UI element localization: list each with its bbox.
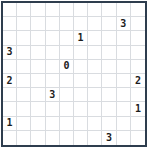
grid-cell[interactable] — [17, 3, 31, 17]
grid-cell[interactable] — [60, 17, 74, 31]
grid-cell[interactable] — [74, 17, 88, 31]
grid-cell[interactable] — [74, 117, 88, 131]
grid-cell[interactable]: 1 — [3, 117, 17, 131]
grid-cell[interactable] — [102, 31, 116, 45]
grid-cell[interactable] — [117, 117, 131, 131]
grid-cell[interactable] — [60, 74, 74, 88]
grid-cell[interactable] — [102, 74, 116, 88]
grid-cell[interactable] — [60, 31, 74, 45]
grid-cell[interactable] — [88, 31, 102, 45]
clue-number: 1 — [7, 118, 13, 128]
grid-cell[interactable] — [131, 3, 145, 17]
grid-cell[interactable] — [117, 131, 131, 145]
grid-cell[interactable] — [88, 3, 102, 17]
grid-cell[interactable] — [117, 31, 131, 45]
grid-cell[interactable] — [31, 17, 45, 31]
grid-cell[interactable] — [102, 102, 116, 116]
grid-cell[interactable] — [46, 117, 60, 131]
grid-cell[interactable] — [46, 131, 60, 145]
grid-cell[interactable] — [17, 31, 31, 45]
grid-cell[interactable] — [17, 74, 31, 88]
grid-cell[interactable] — [17, 117, 31, 131]
grid-cell[interactable] — [31, 46, 45, 60]
grid-cell[interactable] — [3, 131, 17, 145]
grid-cell[interactable] — [60, 131, 74, 145]
grid-cell[interactable] — [17, 88, 31, 102]
grid-cell[interactable] — [3, 60, 17, 74]
clue-number: 1 — [78, 33, 84, 43]
grid-cell[interactable] — [17, 102, 31, 116]
grid-cell[interactable] — [131, 131, 145, 145]
grid-cell[interactable] — [17, 131, 31, 145]
grid-cell[interactable] — [88, 117, 102, 131]
grid-cell[interactable] — [3, 3, 17, 17]
grid-cell[interactable] — [17, 60, 31, 74]
grid-cell[interactable] — [31, 102, 45, 116]
grid-cell[interactable] — [74, 46, 88, 60]
grid-cell[interactable] — [31, 60, 45, 74]
grid-cell[interactable] — [102, 117, 116, 131]
grid-cell[interactable] — [74, 102, 88, 116]
grid-cell[interactable] — [88, 46, 102, 60]
clue-number: 0 — [63, 61, 69, 71]
grid-cell[interactable]: 3 — [117, 17, 131, 31]
grid-cell[interactable] — [117, 46, 131, 60]
grid-cell[interactable] — [74, 60, 88, 74]
grid-cell[interactable] — [31, 88, 45, 102]
grid-cell[interactable] — [46, 74, 60, 88]
grid-cell[interactable] — [3, 17, 17, 31]
grid-cell[interactable] — [60, 46, 74, 60]
grid-cell[interactable] — [74, 131, 88, 145]
grid-cell[interactable] — [117, 88, 131, 102]
grid-cell[interactable] — [117, 74, 131, 88]
grid-cell[interactable] — [31, 131, 45, 145]
grid-cell[interactable] — [46, 102, 60, 116]
grid-cell[interactable] — [131, 60, 145, 74]
clue-number: 3 — [7, 47, 13, 57]
grid-cell[interactable] — [3, 102, 17, 116]
grid-cell[interactable] — [60, 117, 74, 131]
grid-cell[interactable]: 2 — [131, 74, 145, 88]
grid-cell[interactable] — [88, 88, 102, 102]
grid-cell[interactable]: 1 — [131, 102, 145, 116]
grid-cell[interactable] — [102, 60, 116, 74]
grid-cell[interactable] — [31, 31, 45, 45]
grid-cell[interactable] — [88, 74, 102, 88]
grid-cell[interactable] — [31, 117, 45, 131]
clue-number: 3 — [120, 19, 126, 29]
grid-cell[interactable] — [131, 31, 145, 45]
grid-cell[interactable] — [46, 17, 60, 31]
grid-cell[interactable] — [131, 46, 145, 60]
grid-cell[interactable] — [102, 3, 116, 17]
grid-cell[interactable] — [3, 31, 17, 45]
grid-cell[interactable] — [17, 46, 31, 60]
grid-cell[interactable]: 0 — [60, 60, 74, 74]
clue-number: 2 — [135, 76, 141, 86]
grid-cell[interactable] — [74, 3, 88, 17]
grid-cell[interactable]: 2 — [3, 74, 17, 88]
grid-cell[interactable]: 1 — [74, 31, 88, 45]
grid-cell[interactable] — [102, 46, 116, 60]
grid-cell[interactable] — [60, 102, 74, 116]
grid-cell[interactable]: 3 — [102, 131, 116, 145]
puzzle-board: 3130223113 — [1, 1, 147, 147]
grid-cell[interactable] — [88, 17, 102, 31]
grid-cell[interactable] — [46, 3, 60, 17]
grid-cell[interactable] — [46, 31, 60, 45]
clue-number: 1 — [135, 104, 141, 114]
grid-cell[interactable] — [3, 88, 17, 102]
grid-cell[interactable] — [102, 88, 116, 102]
grid-cell[interactable] — [88, 60, 102, 74]
grid-cell[interactable] — [88, 131, 102, 145]
grid-cell[interactable]: 3 — [46, 88, 60, 102]
grid-cell[interactable] — [88, 102, 102, 116]
grid-cell[interactable] — [31, 3, 45, 17]
grid-cell[interactable] — [31, 74, 45, 88]
grid-cell[interactable] — [117, 102, 131, 116]
grid-cell[interactable] — [74, 74, 88, 88]
grid-cell[interactable] — [17, 17, 31, 31]
grid-cell[interactable] — [131, 88, 145, 102]
grid-cell[interactable] — [74, 88, 88, 102]
grid-cell[interactable]: 3 — [3, 46, 17, 60]
clue-number: 3 — [49, 90, 55, 100]
clue-number: 2 — [7, 76, 13, 86]
grid-cell[interactable] — [117, 3, 131, 17]
grid-cell[interactable] — [102, 17, 116, 31]
grid-cell[interactable] — [131, 117, 145, 131]
grid-cell[interactable] — [46, 60, 60, 74]
grid-cell[interactable] — [46, 46, 60, 60]
grid-cell[interactable] — [60, 88, 74, 102]
grid-cell[interactable] — [117, 60, 131, 74]
grid-cell[interactable] — [60, 3, 74, 17]
grid-cell[interactable] — [131, 17, 145, 31]
clue-number: 3 — [106, 133, 112, 143]
